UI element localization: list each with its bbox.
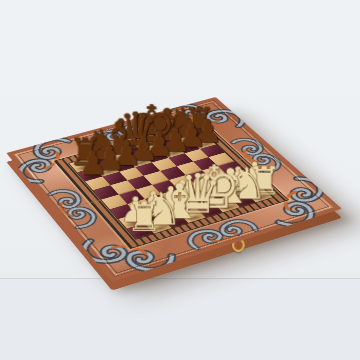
chess-set-scene: ♜♞♝♛♚♝♞♜♟♟♟♟♟♟♟♟♟♟♟♟♟♟♟♟♜♞♝♛♚♝♞♜ <box>45 56 293 304</box>
product-photo: { "game": "chess", "position": { "fen": … <box>0 0 360 360</box>
piece-white-rook: ♜ <box>127 198 163 236</box>
board-tilt-wrapper: ♜♞♝♛♚♝♞♜♟♟♟♟♟♟♟♟♟♟♟♟♟♟♟♟♜♞♝♛♚♝♞♜ <box>6 97 342 282</box>
chess-board: ♜♞♝♛♚♝♞♜♟♟♟♟♟♟♟♟♟♟♟♟♟♟♟♟♜♞♝♛♚♝♞♜ <box>6 97 342 282</box>
